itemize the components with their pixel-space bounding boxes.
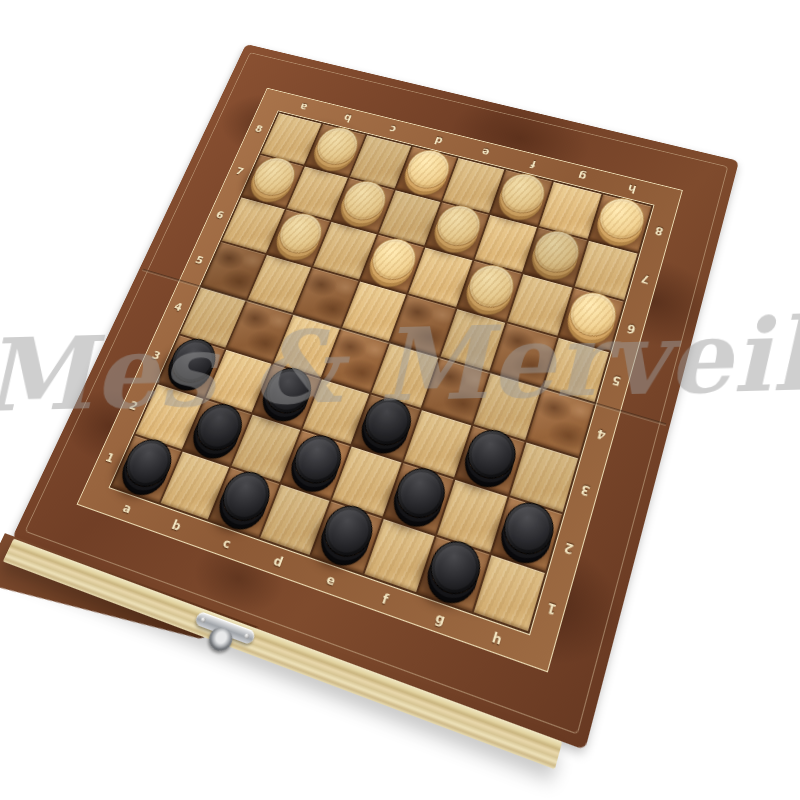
product-photo-scene: 8765432187654321abcdefghabcdefgh Mes & M… [0,0,800,800]
folding-checkers-board: 8765432187654321abcdefghabcdefgh [12,44,739,750]
